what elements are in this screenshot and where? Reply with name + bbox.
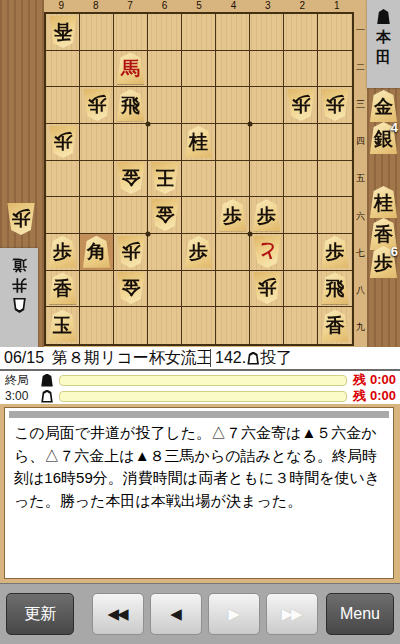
board-cell[interactable] [148, 51, 182, 88]
board-cell[interactable] [114, 307, 148, 344]
hand-count: 6 [391, 244, 398, 259]
bottom-toolbar: 更新 ◀◀◀▶▶▶ Menu [0, 583, 400, 644]
menu-button[interactable]: Menu [326, 593, 394, 635]
game-info-bar[interactable]: 06/15 第８期リコー杯女流王 142. 投了 [0, 347, 400, 371]
sente-hand-slot[interactable]: 金 [369, 90, 398, 122]
board-cell[interactable] [250, 51, 284, 88]
shogi-piece-gote[interactable]: 歩 [252, 272, 281, 304]
hand-count: 4 [391, 120, 398, 135]
board-cell[interactable] [80, 197, 114, 234]
gote-remaining-time: 残 0:00 [353, 387, 396, 405]
update-button[interactable]: 更新 [6, 593, 74, 635]
rank-label: 四 [354, 123, 367, 160]
board-cell[interactable] [250, 161, 284, 198]
board-cell[interactable] [284, 271, 318, 308]
board-cell[interactable] [250, 87, 284, 124]
sente-player-name: 本 [376, 28, 391, 47]
board-cell[interactable]: 金 [114, 161, 148, 198]
board-cell[interactable] [80, 14, 114, 51]
board-cell[interactable] [46, 161, 80, 198]
board-cell[interactable]: 歩 [46, 124, 80, 161]
board-cell[interactable]: 金 [114, 271, 148, 308]
board-cell[interactable]: 王 [148, 161, 182, 198]
rank-label: 六 [354, 198, 367, 235]
shogi-piece-sente[interactable]: 歩 [252, 199, 281, 231]
star-point [248, 232, 253, 237]
board-cell[interactable]: 歩 [216, 197, 250, 234]
shogi-piece-gote[interactable]: 金 [150, 199, 179, 231]
rank-label: 一 [354, 12, 367, 49]
shogi-piece-sente[interactable]: 歩 [321, 236, 350, 268]
shogi-piece-gote[interactable]: と [252, 236, 281, 268]
board-cell[interactable] [216, 161, 250, 198]
board-cell[interactable] [284, 234, 318, 271]
board-cell[interactable] [182, 271, 216, 308]
board-cell[interactable] [318, 51, 352, 88]
board-cell[interactable] [182, 51, 216, 88]
board-cell[interactable]: 桂 [182, 124, 216, 161]
sente-hand-slot[interactable]: 桂 [369, 186, 398, 218]
info-divider [210, 349, 211, 367]
gote-player-tab[interactable]: 井道 [0, 248, 38, 347]
file-label: 7 [113, 0, 147, 12]
board-cell[interactable] [216, 87, 250, 124]
rewind-button[interactable]: ◀◀ [92, 593, 144, 635]
star-point [146, 122, 151, 127]
board-cell[interactable]: 香 [46, 271, 80, 308]
file-label: 3 [251, 0, 285, 12]
file-label: 4 [216, 0, 250, 12]
board-cell[interactable] [284, 51, 318, 88]
board-cell[interactable] [216, 271, 250, 308]
file-label: 8 [78, 0, 112, 12]
gote-piece-icon [13, 298, 26, 313]
clock-panel: 終局 残 0:00 3:00 残 0:00 [0, 371, 400, 404]
board-cell[interactable] [318, 197, 352, 234]
board-cell[interactable] [80, 161, 114, 198]
board-cell[interactable]: 歩 [114, 234, 148, 271]
board-cell[interactable] [284, 14, 318, 51]
shogi-piece-gote[interactable]: 金 [116, 272, 145, 304]
rank-label: 七 [354, 235, 367, 272]
board-cell[interactable] [216, 234, 250, 271]
shogi-piece-gote[interactable]: 歩 [116, 236, 145, 268]
board-cell[interactable]: 歩 [250, 271, 284, 308]
rank-labels: 一二三四五六七八九 [354, 12, 367, 346]
rank-label: 五 [354, 160, 367, 197]
board-cell[interactable]: 香 [318, 307, 352, 344]
board-cell[interactable]: 歩 [80, 87, 114, 124]
board-cell[interactable] [148, 307, 182, 344]
shogi-piece-gote[interactable]: 歩 [286, 89, 315, 121]
shogi-piece-gote[interactable]: 歩 [321, 89, 350, 121]
event-title: 第８期リコー杯女流王 [52, 348, 210, 369]
board-cell[interactable]: 玉 [46, 307, 80, 344]
sente-hand-slot[interactable]: 歩6 [369, 246, 398, 278]
gote-player-name: 井 [12, 275, 27, 294]
board-cell[interactable] [114, 124, 148, 161]
gote-time-bar [59, 391, 347, 402]
shogi-piece-gote[interactable]: 歩 [6, 203, 35, 235]
gote-move-icon [247, 352, 259, 365]
sente-time-bar [59, 375, 347, 386]
shogi-piece-sente[interactable]: 飛 [321, 272, 350, 304]
move-text: 投了 [260, 348, 292, 369]
shogi-piece-sente[interactable]: 馬 [116, 52, 145, 84]
sente-clock-label: 終局 [5, 372, 39, 389]
file-labels: 987654321 [44, 0, 354, 12]
shogi-piece-sente[interactable]: 桂 [369, 186, 398, 218]
shogi-piece-sente[interactable]: 金 [369, 90, 398, 122]
board-cell[interactable] [148, 124, 182, 161]
sente-clock-icon [41, 374, 53, 387]
gote-clock-icon [41, 390, 53, 403]
board-cell[interactable] [250, 14, 284, 51]
shogi-piece-sente[interactable]: 桂 [184, 126, 213, 158]
file-label: 6 [147, 0, 181, 12]
board-cell[interactable]: 歩 [182, 234, 216, 271]
board-cell[interactable] [80, 271, 114, 308]
board-cell[interactable] [182, 161, 216, 198]
board-cell[interactable] [182, 197, 216, 234]
board-cell[interactable] [284, 197, 318, 234]
shogi-piece-sente[interactable]: 角 [82, 236, 111, 268]
board-cell[interactable] [216, 51, 250, 88]
board-cell[interactable] [250, 124, 284, 161]
forward-button[interactable]: ▶ [208, 593, 260, 635]
commentary-box: この局面で井道が投了した。△７六金寄は▲５六金から、△７六金上は▲８三馬からの詰… [4, 407, 394, 579]
board-cell[interactable] [284, 124, 318, 161]
sente-player-name: 田 [376, 48, 391, 67]
board-cell[interactable] [80, 124, 114, 161]
sente-piece-icon [377, 9, 390, 24]
board-cell[interactable] [216, 124, 250, 161]
board-cell[interactable] [216, 307, 250, 344]
shogi-piece-sente[interactable]: 歩 [218, 199, 247, 231]
sente-clock-row: 終局 残 0:00 [0, 372, 400, 388]
board-cell[interactable] [318, 124, 352, 161]
board-cell[interactable]: 馬 [114, 51, 148, 88]
file-label: 9 [44, 0, 78, 12]
shogi-piece-gote[interactable]: 王 [150, 162, 179, 194]
board-cell[interactable]: 歩 [250, 197, 284, 234]
shogi-app: 歩 金銀4桂香歩6 本田 井道 987654321 一二三四五六七八九 香馬歩飛… [0, 0, 400, 644]
board-cell[interactable]: 角 [80, 234, 114, 271]
shogi-piece-gote[interactable]: 金 [116, 162, 145, 194]
board-cell[interactable] [284, 161, 318, 198]
board-cell[interactable] [182, 307, 216, 344]
rank-label: 九 [354, 309, 367, 346]
board-cell[interactable] [182, 14, 216, 51]
board-cell[interactable] [148, 87, 182, 124]
board-cell[interactable] [148, 14, 182, 51]
comment-scrollbar[interactable] [9, 411, 389, 418]
gote-player-name: 道 [12, 255, 27, 274]
sente-player-tab[interactable]: 本田 [367, 0, 400, 88]
board-cell[interactable] [46, 197, 80, 234]
board-cell[interactable] [46, 87, 80, 124]
rank-label: 三 [354, 86, 367, 123]
shogi-piece-sente[interactable]: 香 [321, 310, 350, 342]
board-cell[interactable] [318, 161, 352, 198]
shogi-piece-gote[interactable]: 歩 [82, 89, 111, 121]
shogi-piece-sente[interactable]: 玉 [48, 310, 77, 342]
board-cell[interactable] [114, 197, 148, 234]
back-button[interactable]: ◀ [150, 593, 202, 635]
file-label: 2 [285, 0, 319, 12]
shogi-piece-gote[interactable]: 香 [48, 16, 77, 48]
gote-hand-slot[interactable]: 歩 [6, 203, 35, 235]
game-date: 06/15 [4, 349, 44, 367]
sente-hand-slot[interactable]: 銀4 [369, 122, 398, 154]
rank-label: 八 [354, 272, 367, 309]
board-cell[interactable]: 飛 [114, 87, 148, 124]
board-cell[interactable] [284, 307, 318, 344]
move-number: 142. [215, 349, 246, 367]
board-cell[interactable] [250, 307, 284, 344]
shogi-piece-sente[interactable]: 香 [48, 272, 77, 304]
board-cell[interactable]: 歩 [46, 234, 80, 271]
board-cell[interactable] [182, 87, 216, 124]
board-cell[interactable] [80, 51, 114, 88]
gote-clock-label: 3:00 [5, 389, 39, 403]
board-cell[interactable]: 歩 [284, 87, 318, 124]
board-cell[interactable] [216, 14, 250, 51]
board-cell[interactable]: 歩 [318, 87, 352, 124]
shogi-piece-sente[interactable]: 歩 [184, 236, 213, 268]
board-cell[interactable] [80, 307, 114, 344]
board-cell[interactable] [148, 271, 182, 308]
board-cell[interactable]: 飛 [318, 271, 352, 308]
shogi-piece-gote[interactable]: 歩 [48, 126, 77, 158]
board-cell[interactable]: 金 [148, 197, 182, 234]
board-cell[interactable] [318, 14, 352, 51]
shogi-piece-sente[interactable]: 歩 [48, 236, 77, 268]
board-cell[interactable]: と [250, 234, 284, 271]
fast-forward-button[interactable]: ▶▶ [266, 593, 318, 635]
star-point [146, 232, 151, 237]
gote-clock-row: 3:00 残 0:00 [0, 388, 400, 404]
shogi-piece-sente[interactable]: 飛 [116, 89, 145, 121]
commentary-text: この局面で井道が投了した。△７六金寄は▲５六金から、△７六金上は▲８三馬からの詰… [14, 422, 384, 574]
file-label: 5 [182, 0, 216, 12]
board-cell[interactable] [46, 51, 80, 88]
file-label: 1 [320, 0, 354, 12]
board-cell[interactable] [114, 14, 148, 51]
board-cell[interactable] [148, 234, 182, 271]
board-cell[interactable]: 香 [46, 14, 80, 51]
board-grid[interactable]: 香馬歩飛歩歩歩桂金王金歩歩歩角歩歩と歩香金歩飛玉香 [44, 12, 354, 346]
rank-label: 二 [354, 49, 367, 86]
board-cell[interactable]: 歩 [318, 234, 352, 271]
star-point [248, 122, 253, 127]
